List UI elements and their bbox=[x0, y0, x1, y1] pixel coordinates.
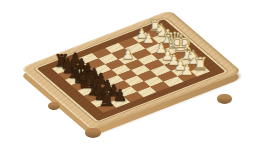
board-foot bbox=[217, 94, 232, 104]
board-foot bbox=[85, 128, 101, 138]
board-foot bbox=[48, 102, 60, 110]
chess-board bbox=[20, 10, 242, 130]
walnut-border bbox=[37, 19, 226, 121]
chess-set-product-photo: ♜♞♝♛♚♝♞♜♟♟♟♟♟♟♟♟♟♟♟♟♟♟♟♟♜♞♝♛♚♝♞♜ bbox=[0, 0, 257, 151]
